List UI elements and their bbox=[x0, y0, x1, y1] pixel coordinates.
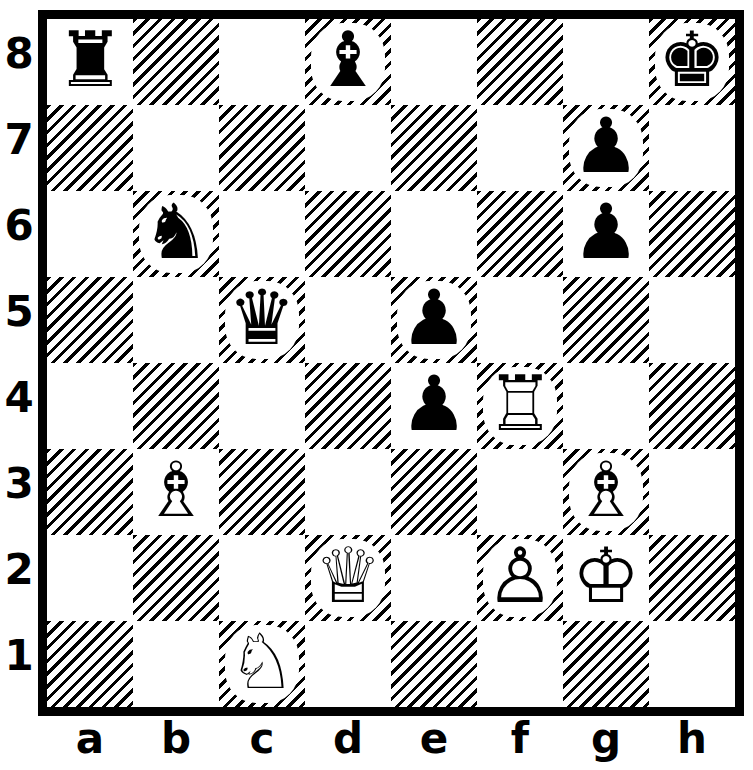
square-g2[interactable]: ♔ bbox=[563, 535, 649, 621]
square-a8[interactable]: ♜ bbox=[47, 19, 133, 105]
square-e8[interactable] bbox=[391, 19, 477, 105]
square-a5[interactable] bbox=[47, 277, 133, 363]
square-d6[interactable] bbox=[305, 191, 391, 277]
square-f7[interactable] bbox=[477, 105, 563, 191]
square-g3[interactable]: ♗ bbox=[563, 449, 649, 535]
white-pawn-glyph: ♙ bbox=[486, 533, 554, 619]
square-d2[interactable]: ♕ bbox=[305, 535, 391, 621]
square-g6[interactable]: ♟ bbox=[563, 191, 649, 277]
black-pawn-glyph: ♟ bbox=[572, 103, 640, 189]
square-a6[interactable] bbox=[47, 191, 133, 277]
white-bishop-b3[interactable]: ♗ bbox=[133, 449, 219, 535]
square-e2[interactable] bbox=[391, 535, 477, 621]
square-a7[interactable] bbox=[47, 105, 133, 191]
square-e1[interactable] bbox=[391, 621, 477, 707]
white-king-g2[interactable]: ♔ bbox=[563, 535, 649, 621]
black-rook-glyph: ♜ bbox=[56, 17, 124, 103]
white-bishop-glyph: ♗ bbox=[142, 447, 210, 533]
square-e7[interactable] bbox=[391, 105, 477, 191]
rank-label-6: 6 bbox=[0, 182, 38, 268]
white-knight-glyph: ♘ bbox=[228, 619, 296, 705]
white-bishop-glyph: ♗ bbox=[572, 447, 640, 533]
white-pawn-f2[interactable]: ♙ bbox=[477, 535, 563, 621]
square-h2[interactable] bbox=[649, 535, 735, 621]
square-e6[interactable] bbox=[391, 191, 477, 277]
black-pawn-e5[interactable]: ♟ bbox=[391, 277, 477, 363]
square-e4[interactable]: ♟ bbox=[391, 363, 477, 449]
square-a3[interactable] bbox=[47, 449, 133, 535]
square-b5[interactable] bbox=[133, 277, 219, 363]
square-b1[interactable] bbox=[133, 621, 219, 707]
square-c7[interactable] bbox=[219, 105, 305, 191]
square-d4[interactable] bbox=[305, 363, 391, 449]
file-label-f: f bbox=[477, 716, 563, 764]
square-h8[interactable]: ♚ bbox=[649, 19, 735, 105]
square-c8[interactable] bbox=[219, 19, 305, 105]
square-e5[interactable]: ♟ bbox=[391, 277, 477, 363]
square-a1[interactable] bbox=[47, 621, 133, 707]
square-d7[interactable] bbox=[305, 105, 391, 191]
rank-label-5: 5 bbox=[0, 268, 38, 354]
black-pawn-g6[interactable]: ♟ bbox=[563, 191, 649, 277]
black-queen-c5[interactable]: ♛ bbox=[219, 277, 305, 363]
rank-label-1: 1 bbox=[0, 612, 38, 698]
square-b4[interactable] bbox=[133, 363, 219, 449]
square-b2[interactable] bbox=[133, 535, 219, 621]
file-label-g: g bbox=[563, 716, 649, 764]
square-d5[interactable] bbox=[305, 277, 391, 363]
square-c5[interactable]: ♛ bbox=[219, 277, 305, 363]
square-h5[interactable] bbox=[649, 277, 735, 363]
file-label-d: d bbox=[305, 716, 391, 764]
white-rook-f4[interactable]: ♖ bbox=[477, 363, 563, 449]
white-rook-glyph: ♖ bbox=[486, 361, 554, 447]
square-f4[interactable]: ♖ bbox=[477, 363, 563, 449]
white-king-glyph: ♔ bbox=[572, 533, 640, 619]
square-g7[interactable]: ♟ bbox=[563, 105, 649, 191]
rank-label-8: 8 bbox=[0, 10, 38, 96]
chess-diagram: 87654321 ♜♝♚♟♞♟♛♟♟♖♗♗♕♙♔♘ abcdefgh bbox=[0, 0, 753, 764]
square-b3[interactable]: ♗ bbox=[133, 449, 219, 535]
square-f1[interactable] bbox=[477, 621, 563, 707]
square-h1[interactable] bbox=[649, 621, 735, 707]
rank-label-2: 2 bbox=[0, 526, 38, 612]
white-queen-d2[interactable]: ♕ bbox=[305, 535, 391, 621]
square-f5[interactable] bbox=[477, 277, 563, 363]
file-label-e: e bbox=[391, 716, 477, 764]
file-label-b: b bbox=[133, 716, 219, 764]
file-label-a: a bbox=[47, 716, 133, 764]
rank-label-3: 3 bbox=[0, 440, 38, 526]
square-g5[interactable] bbox=[563, 277, 649, 363]
square-c6[interactable] bbox=[219, 191, 305, 277]
square-d3[interactable] bbox=[305, 449, 391, 535]
square-c3[interactable] bbox=[219, 449, 305, 535]
square-a4[interactable] bbox=[47, 363, 133, 449]
square-e3[interactable] bbox=[391, 449, 477, 535]
black-king-h8[interactable]: ♚ bbox=[649, 19, 735, 105]
rank-labels: 87654321 bbox=[0, 10, 38, 698]
white-bishop-g3[interactable]: ♗ bbox=[563, 449, 649, 535]
square-h7[interactable] bbox=[649, 105, 735, 191]
black-bishop-d8[interactable]: ♝ bbox=[305, 19, 391, 105]
black-bishop-glyph: ♝ bbox=[314, 17, 382, 103]
black-pawn-glyph: ♟ bbox=[400, 275, 468, 361]
square-b6[interactable]: ♞ bbox=[133, 191, 219, 277]
square-c4[interactable] bbox=[219, 363, 305, 449]
square-a2[interactable] bbox=[47, 535, 133, 621]
rank-label-4: 4 bbox=[0, 354, 38, 440]
square-f6[interactable] bbox=[477, 191, 563, 277]
square-h6[interactable] bbox=[649, 191, 735, 277]
square-h3[interactable] bbox=[649, 449, 735, 535]
file-labels: abcdefgh bbox=[47, 716, 735, 764]
square-d1[interactable] bbox=[305, 621, 391, 707]
square-f2[interactable]: ♙ bbox=[477, 535, 563, 621]
white-knight-c1[interactable]: ♘ bbox=[219, 621, 305, 707]
chess-board: ♜♝♚♟♞♟♛♟♟♖♗♗♕♙♔♘ bbox=[38, 10, 744, 716]
black-rook-a8[interactable]: ♜ bbox=[47, 19, 133, 105]
black-king-glyph: ♚ bbox=[658, 17, 726, 103]
file-label-c: c bbox=[219, 716, 305, 764]
square-f3[interactable] bbox=[477, 449, 563, 535]
square-g4[interactable] bbox=[563, 363, 649, 449]
square-g8[interactable] bbox=[563, 19, 649, 105]
black-pawn-e4[interactable]: ♟ bbox=[391, 363, 477, 449]
black-pawn-g7[interactable]: ♟ bbox=[563, 105, 649, 191]
black-knight-b6[interactable]: ♞ bbox=[133, 191, 219, 277]
black-knight-glyph: ♞ bbox=[142, 189, 210, 275]
square-g1[interactable] bbox=[563, 621, 649, 707]
black-pawn-glyph: ♟ bbox=[572, 189, 640, 275]
file-label-h: h bbox=[649, 716, 735, 764]
square-c1[interactable]: ♘ bbox=[219, 621, 305, 707]
rank-label-7: 7 bbox=[0, 96, 38, 182]
square-c2[interactable] bbox=[219, 535, 305, 621]
square-h4[interactable] bbox=[649, 363, 735, 449]
square-b7[interactable] bbox=[133, 105, 219, 191]
black-queen-glyph: ♛ bbox=[228, 275, 296, 361]
square-b8[interactable] bbox=[133, 19, 219, 105]
square-f8[interactable] bbox=[477, 19, 563, 105]
square-d8[interactable]: ♝ bbox=[305, 19, 391, 105]
black-pawn-glyph: ♟ bbox=[400, 361, 468, 447]
white-queen-glyph: ♕ bbox=[314, 533, 382, 619]
